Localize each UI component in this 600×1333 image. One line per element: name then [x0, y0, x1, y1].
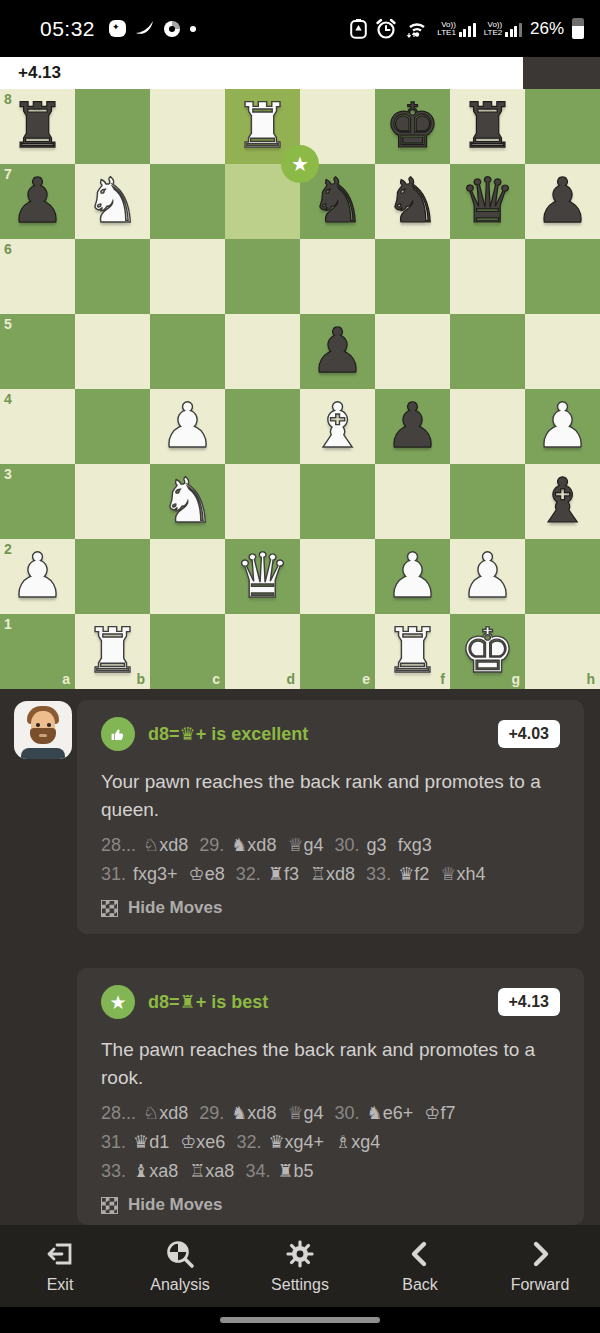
rank-label: 2	[4, 541, 12, 557]
square-a5[interactable]: 5	[0, 314, 75, 389]
square-a7[interactable]: 7♟	[0, 164, 75, 239]
variation-line: 31.♛d1♔xe632.♛xg4+♗xg4	[101, 1131, 560, 1153]
move-description: Your pawn reaches the back rank and prom…	[101, 768, 560, 823]
variation-moves: 28...♘xd829.♞xd8♕g430.♞e6+♔f731.♛d1♔xe63…	[101, 1102, 560, 1182]
square-e4[interactable]: ♝	[300, 389, 375, 464]
move-token[interactable]: ♘xd8	[143, 834, 188, 856]
square-g7[interactable]: ♛	[450, 164, 525, 239]
square-a1[interactable]: 1a	[0, 614, 75, 689]
thumbs-up-icon	[101, 717, 135, 751]
move-token[interactable]: ♕g4	[287, 1102, 323, 1124]
hide-moves-button[interactable]: Hide Moves	[101, 898, 560, 918]
square-d4[interactable]	[225, 389, 300, 464]
square-b6[interactable]	[75, 239, 150, 314]
hide-moves-label: Hide Moves	[128, 898, 222, 918]
square-c1[interactable]: c	[150, 614, 225, 689]
square-e3[interactable]	[300, 464, 375, 539]
move-token[interactable]: ♛d1	[133, 1131, 169, 1153]
square-f3[interactable]	[375, 464, 450, 539]
battery-percent: 26%	[530, 19, 564, 39]
move-number: 31.	[101, 1132, 126, 1153]
mini-board-icon	[101, 1197, 118, 1214]
move-number: 29.	[199, 835, 224, 856]
move-token[interactable]: ♞xd8	[231, 1102, 276, 1124]
rank-label: 4	[4, 391, 12, 407]
nav-settings-button[interactable]: Settings	[245, 1238, 355, 1294]
square-a2[interactable]: 2♟	[0, 539, 75, 614]
move-number: 31.	[101, 864, 126, 885]
evaluation-white-fill: +4.13	[0, 57, 523, 89]
square-b2[interactable]	[75, 539, 150, 614]
square-c6[interactable]	[150, 239, 225, 314]
bottom-nav-bar: Exit Analysis	[0, 1225, 600, 1307]
move-number: 34.	[245, 1161, 270, 1182]
square-f6[interactable]	[375, 239, 450, 314]
file-label: g	[511, 671, 520, 687]
analysis-magnifier-icon	[164, 1238, 196, 1270]
black-king: ♚	[375, 89, 450, 164]
chess-board[interactable]: ★ 8♜♜♚♜7♟♞♞♞♛♟65♟4♟♝♟♟3♞♝2♟♛♟♟1ab♜cdef♜g…	[0, 89, 600, 689]
square-g3[interactable]	[450, 464, 525, 539]
analysis-card-excellent: d8=♛+ is excellent +4.03 Your pawn reach…	[77, 700, 584, 934]
square-b8[interactable]	[75, 89, 150, 164]
gesture-pill[interactable]	[220, 1317, 380, 1323]
square-b5[interactable]	[75, 314, 150, 389]
square-h7[interactable]: ♟	[525, 164, 600, 239]
black-knight: ♞	[375, 164, 450, 239]
move-description: The pawn reaches the back rank and promo…	[101, 1036, 560, 1091]
move-token[interactable]: ♖xd8	[310, 863, 355, 885]
square-h3[interactable]: ♝	[525, 464, 600, 539]
file-label: e	[362, 671, 370, 687]
white-pawn: ♟	[150, 389, 225, 464]
battery-icon	[572, 18, 584, 39]
square-d2[interactable]: ♛	[225, 539, 300, 614]
move-token[interactable]: g3	[367, 835, 387, 856]
square-d1[interactable]: d	[225, 614, 300, 689]
move-number: 29.	[199, 1103, 224, 1124]
move-token[interactable]: ♕g4	[287, 834, 323, 856]
move-quality-headline: d8=♜+ is best	[148, 991, 268, 1013]
rank-label: 3	[4, 466, 12, 482]
move-number: 28...	[101, 835, 136, 856]
white-rook: ♜	[375, 614, 450, 689]
rank-label: 6	[4, 241, 12, 257]
square-g8[interactable]: ♜	[450, 89, 525, 164]
hide-moves-label: Hide Moves	[128, 1195, 222, 1215]
nav-analysis-button[interactable]: Analysis	[125, 1238, 235, 1294]
photos-notification-icon: ✦	[109, 20, 126, 37]
square-e1[interactable]: e	[300, 614, 375, 689]
black-pawn: ♟	[375, 389, 450, 464]
move-token[interactable]: ♔f7	[424, 1102, 455, 1124]
move-token[interactable]: ♛xg4+	[268, 1131, 324, 1153]
move-token[interactable]: ♝xa8	[133, 1160, 178, 1182]
move-number: 28...	[101, 1103, 136, 1124]
square-b3[interactable]	[75, 464, 150, 539]
file-label: a	[62, 671, 70, 687]
nav-forward-button[interactable]: Forward	[485, 1238, 595, 1294]
white-pawn: ♟	[525, 389, 600, 464]
evaluation-value: +4.13	[18, 63, 61, 83]
square-b7[interactable]: ♞	[75, 164, 150, 239]
square-h2[interactable]	[525, 539, 600, 614]
nav-back-button[interactable]: Back	[365, 1238, 475, 1294]
app-screen: 05:32 ✦	[0, 0, 600, 1333]
eval-badge: +4.13	[498, 988, 560, 1016]
white-pawn: ♟	[450, 539, 525, 614]
square-c7[interactable]	[150, 164, 225, 239]
square-g5[interactable]	[450, 314, 525, 389]
square-c5[interactable]	[150, 314, 225, 389]
variation-line: 28...♘xd829.♞xd8♕g430.♞e6+♔f7	[101, 1102, 560, 1124]
rank-label: 5	[4, 316, 12, 332]
move-token[interactable]: ♜f3	[268, 863, 299, 885]
file-label: d	[286, 671, 295, 687]
square-h4[interactable]: ♟	[525, 389, 600, 464]
move-token[interactable]: ♔e8	[189, 863, 225, 885]
square-c8[interactable]	[150, 89, 225, 164]
variation-line: 31.fxg3+♔e832.♜f3♖xd833.♛f2♕xh4	[101, 863, 560, 885]
square-e5[interactable]: ♟	[300, 314, 375, 389]
move-token[interactable]: fxg3	[398, 835, 432, 856]
square-c3[interactable]: ♞	[150, 464, 225, 539]
move-number: 32.	[236, 1132, 261, 1153]
chevron-left-icon	[404, 1238, 436, 1270]
square-f7[interactable]: ♞	[375, 164, 450, 239]
square-d3[interactable]	[225, 464, 300, 539]
signal-bars-icon	[505, 22, 522, 37]
settings-gear-icon	[284, 1238, 316, 1270]
move-token[interactable]: ♕xh4	[440, 863, 485, 885]
square-f5[interactable]	[375, 314, 450, 389]
move-token[interactable]: fxg3+	[133, 864, 178, 885]
mini-board-icon	[101, 900, 118, 917]
square-h1[interactable]: h	[525, 614, 600, 689]
square-f1[interactable]: f♜	[375, 614, 450, 689]
move-token[interactable]: ♗xg4	[335, 1131, 380, 1153]
square-d6[interactable]	[225, 239, 300, 314]
square-b1[interactable]: b♜	[75, 614, 150, 689]
move-number: 33.	[101, 1161, 126, 1182]
move-number: 33.	[366, 864, 391, 885]
move-quality-headline: d8=♛+ is excellent	[148, 723, 308, 745]
move-token[interactable]: ♜b5	[277, 1160, 313, 1182]
move-number: 30.	[335, 835, 360, 856]
move-token[interactable]: ♘xd8	[143, 1102, 188, 1124]
analysis-section: d8=♛+ is excellent +4.03 Your pawn reach…	[0, 689, 600, 1225]
white-knight: ♞	[75, 164, 150, 239]
file-label: c	[212, 671, 220, 687]
variation-moves: 28...♘xd829.♞xd8♕g430.g3fxg331.fxg3+♔e83…	[101, 834, 560, 885]
square-g4[interactable]	[450, 389, 525, 464]
notification-dot-icon	[190, 26, 196, 32]
square-e2[interactable]	[300, 539, 375, 614]
black-pawn: ♟	[300, 314, 375, 389]
battery-saver-icon	[350, 18, 367, 39]
white-knight: ♞	[150, 464, 225, 539]
square-c2[interactable]	[150, 539, 225, 614]
square-a4[interactable]: 4	[0, 389, 75, 464]
best-star-icon: ★	[101, 985, 135, 1019]
black-queen: ♛	[450, 164, 525, 239]
square-f2[interactable]: ♟	[375, 539, 450, 614]
black-bishop: ♝	[525, 464, 600, 539]
square-a3[interactable]: 3	[0, 464, 75, 539]
hide-moves-button[interactable]: Hide Moves	[101, 1195, 560, 1215]
exit-door-icon	[44, 1238, 76, 1270]
square-g6[interactable]	[450, 239, 525, 314]
square-g2[interactable]: ♟	[450, 539, 525, 614]
rank-label: 1	[4, 616, 12, 632]
square-h8[interactable]	[525, 89, 600, 164]
white-queen: ♛	[225, 539, 300, 614]
black-rook: ♜	[450, 89, 525, 164]
black-pawn: ♟	[525, 164, 600, 239]
move-token[interactable]: ♞xd8	[231, 834, 276, 856]
chrome-notification-icon	[163, 20, 181, 38]
white-pawn: ♟	[375, 539, 450, 614]
square-c4[interactable]: ♟	[150, 389, 225, 464]
move-token[interactable]: ♔xe6	[180, 1131, 225, 1153]
move-number: 32.	[236, 864, 261, 885]
variation-line: 28...♘xd829.♞xd8♕g430.g3fxg3	[101, 834, 560, 856]
nav-exit-button[interactable]: Exit	[5, 1238, 115, 1294]
square-e6[interactable]	[300, 239, 375, 314]
file-label: f	[440, 671, 445, 687]
chevron-right-icon	[524, 1238, 556, 1270]
rank-label: 8	[4, 91, 12, 107]
player-avatar	[14, 701, 72, 759]
wifi-icon	[405, 18, 429, 39]
best-move-badge-icon: ★	[281, 145, 319, 183]
clock-time: 05:32	[40, 17, 95, 41]
file-label: b	[136, 671, 145, 687]
alarm-clock-icon	[375, 18, 397, 40]
move-token[interactable]: ♞e6+	[367, 1102, 414, 1124]
white-bishop: ♝	[300, 389, 375, 464]
signal-lte1: Vo))LTE1	[437, 21, 475, 37]
evaluation-bar: +4.13	[0, 57, 600, 89]
square-a8[interactable]: 8♜	[0, 89, 75, 164]
swoosh-notification-icon	[135, 20, 154, 37]
analysis-card-best: ★ d8=♜+ is best +4.13 The pawn reaches t…	[77, 968, 584, 1225]
move-number: 30.	[335, 1103, 360, 1124]
square-f8[interactable]: ♚	[375, 89, 450, 164]
rank-label: 7	[4, 166, 12, 182]
variation-line: 33.♝xa8♖xa834.♜b5	[101, 1160, 560, 1182]
square-d5[interactable]	[225, 314, 300, 389]
square-b4[interactable]	[75, 389, 150, 464]
square-g1[interactable]: g♚	[450, 614, 525, 689]
status-bar: 05:32 ✦	[0, 0, 600, 57]
square-a6[interactable]: 6	[0, 239, 75, 314]
square-h5[interactable]	[525, 314, 600, 389]
signal-lte2: Vo))LTE2	[484, 21, 522, 37]
file-label: h	[586, 671, 595, 687]
move-token[interactable]: ♛f2	[398, 863, 429, 885]
signal-bars-icon	[459, 22, 476, 37]
gesture-area	[0, 1307, 600, 1333]
eval-badge: +4.03	[498, 720, 560, 748]
square-h6[interactable]	[525, 239, 600, 314]
square-f4[interactable]: ♟	[375, 389, 450, 464]
move-token[interactable]: ♖xa8	[189, 1160, 234, 1182]
